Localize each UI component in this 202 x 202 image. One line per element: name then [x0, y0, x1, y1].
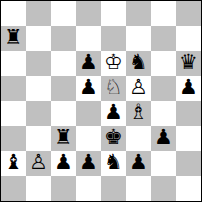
square-d7[interactable] — [76, 26, 101, 51]
square-h4[interactable] — [176, 101, 201, 126]
square-f6[interactable]: ♞ — [126, 51, 151, 76]
chess-board: ♜♟♔♞♛♟♘♙♟♟♗♜♚♟♝♙♟♟♞♟ — [1, 1, 201, 201]
square-a5[interactable] — [1, 76, 26, 101]
piece-black-pawn[interactable]: ♟ — [154, 125, 173, 150]
square-e1[interactable] — [101, 176, 126, 201]
piece-black-pawn[interactable]: ♟ — [79, 50, 98, 75]
square-h8[interactable] — [176, 1, 201, 26]
piece-white-king[interactable]: ♔ — [104, 50, 123, 75]
square-b2[interactable]: ♙ — [26, 151, 51, 176]
piece-black-bishop[interactable]: ♝ — [4, 150, 23, 175]
square-g7[interactable] — [151, 26, 176, 51]
square-g2[interactable] — [151, 151, 176, 176]
piece-black-pawn[interactable]: ♟ — [54, 150, 73, 175]
square-h6[interactable]: ♛ — [176, 51, 201, 76]
square-c4[interactable] — [51, 101, 76, 126]
piece-black-knight[interactable]: ♞ — [104, 150, 123, 175]
piece-black-pawn[interactable]: ♟ — [79, 150, 98, 175]
piece-black-pawn[interactable]: ♟ — [179, 75, 198, 100]
square-f4[interactable]: ♗ — [126, 101, 151, 126]
square-b7[interactable] — [26, 26, 51, 51]
square-g4[interactable] — [151, 101, 176, 126]
square-f1[interactable] — [126, 176, 151, 201]
square-e8[interactable] — [101, 1, 126, 26]
piece-white-pawn[interactable]: ♙ — [29, 150, 48, 175]
square-c5[interactable] — [51, 76, 76, 101]
piece-black-rook[interactable]: ♜ — [54, 125, 73, 150]
square-a1[interactable] — [1, 176, 26, 201]
square-e4[interactable]: ♟ — [101, 101, 126, 126]
square-f5[interactable]: ♙ — [126, 76, 151, 101]
square-a3[interactable] — [1, 126, 26, 151]
square-d6[interactable]: ♟ — [76, 51, 101, 76]
square-e6[interactable]: ♔ — [101, 51, 126, 76]
square-d3[interactable] — [76, 126, 101, 151]
square-b3[interactable] — [26, 126, 51, 151]
piece-black-queen[interactable]: ♛ — [179, 50, 198, 75]
square-d1[interactable] — [76, 176, 101, 201]
square-g3[interactable]: ♟ — [151, 126, 176, 151]
square-b4[interactable] — [26, 101, 51, 126]
square-d8[interactable] — [76, 1, 101, 26]
square-d2[interactable]: ♟ — [76, 151, 101, 176]
square-h1[interactable] — [176, 176, 201, 201]
square-g8[interactable] — [151, 1, 176, 26]
piece-black-pawn[interactable]: ♟ — [79, 75, 98, 100]
square-e7[interactable] — [101, 26, 126, 51]
square-g5[interactable] — [151, 76, 176, 101]
square-e2[interactable]: ♞ — [101, 151, 126, 176]
piece-black-rook[interactable]: ♜ — [4, 25, 23, 50]
square-a4[interactable] — [1, 101, 26, 126]
square-c2[interactable]: ♟ — [51, 151, 76, 176]
piece-black-king[interactable]: ♚ — [104, 125, 123, 150]
square-h5[interactable]: ♟ — [176, 76, 201, 101]
square-h7[interactable] — [176, 26, 201, 51]
square-a7[interactable]: ♜ — [1, 26, 26, 51]
piece-white-pawn[interactable]: ♙ — [129, 75, 148, 100]
square-f8[interactable] — [126, 1, 151, 26]
square-c3[interactable]: ♜ — [51, 126, 76, 151]
square-a6[interactable] — [1, 51, 26, 76]
square-f2[interactable]: ♟ — [126, 151, 151, 176]
square-b1[interactable] — [26, 176, 51, 201]
square-c6[interactable] — [51, 51, 76, 76]
piece-black-pawn[interactable]: ♟ — [129, 150, 148, 175]
square-g6[interactable] — [151, 51, 176, 76]
square-c1[interactable] — [51, 176, 76, 201]
square-b5[interactable] — [26, 76, 51, 101]
chess-board-frame: ♜♟♔♞♛♟♘♙♟♟♗♜♚♟♝♙♟♟♞♟ — [0, 0, 202, 202]
square-c8[interactable] — [51, 1, 76, 26]
square-d5[interactable]: ♟ — [76, 76, 101, 101]
square-f3[interactable] — [126, 126, 151, 151]
square-e5[interactable]: ♘ — [101, 76, 126, 101]
square-g1[interactable] — [151, 176, 176, 201]
square-a8[interactable] — [1, 1, 26, 26]
square-e3[interactable]: ♚ — [101, 126, 126, 151]
square-d4[interactable] — [76, 101, 101, 126]
piece-black-knight[interactable]: ♞ — [129, 50, 148, 75]
square-f7[interactable] — [126, 26, 151, 51]
piece-white-bishop[interactable]: ♗ — [129, 100, 148, 125]
square-b6[interactable] — [26, 51, 51, 76]
square-c7[interactable] — [51, 26, 76, 51]
square-h3[interactable] — [176, 126, 201, 151]
square-a2[interactable]: ♝ — [1, 151, 26, 176]
square-b8[interactable] — [26, 1, 51, 26]
piece-white-knight[interactable]: ♘ — [104, 75, 123, 100]
square-h2[interactable] — [176, 151, 201, 176]
piece-black-pawn[interactable]: ♟ — [104, 100, 123, 125]
